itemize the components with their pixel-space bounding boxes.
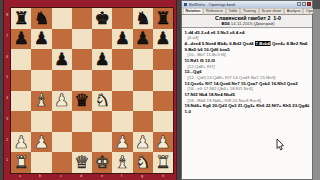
square-e3[interactable] [92, 111, 112, 132]
square-h5[interactable] [153, 70, 173, 91]
black-pawn: ♟ [34, 30, 49, 47]
game-title-line: Славянский гамбит 2 1-0 [182, 15, 314, 21]
square-d2[interactable] [72, 132, 92, 153]
board-grid: ♜♞♚♞♜♟♟♟♟♟♟♟♝♟♛♞♟♟♟♟♟♜♛♚♝♞♜ [10, 7, 174, 174]
square-e8[interactable]: ♚ [92, 8, 112, 29]
move-text[interactable]: [16...e5 17.Nf2 Qb6+ 18.Kf1 Nc6] [188, 86, 253, 91]
square-g5[interactable] [133, 70, 153, 91]
move-text[interactable]: 9.Ba5 b6 10.Qd6 bxa5 [185, 46, 230, 51]
rank-label-7: 7 [6, 34, 8, 38]
square-f5[interactable] [112, 70, 132, 91]
white-king: ♚ [95, 154, 110, 171]
square-a3[interactable] [11, 111, 31, 132]
square-f8[interactable] [112, 8, 132, 29]
square-a6[interactable] [11, 49, 31, 70]
black-pawn: ♟ [95, 51, 110, 68]
rank-label-1: 1 [6, 158, 8, 162]
square-f6[interactable] [112, 49, 132, 70]
current-move[interactable]: 7.Bxb4 [255, 41, 271, 46]
rank-label-5: 5 [6, 75, 8, 79]
square-g1[interactable]: ♞ [133, 152, 153, 173]
app-icon [184, 3, 187, 6]
square-g6[interactable] [133, 49, 153, 70]
square-c1[interactable] [52, 152, 72, 173]
square-g8[interactable]: ♞ [133, 8, 153, 29]
file-label-e: e [101, 174, 103, 178]
file-label-a: a [19, 174, 21, 178]
square-b7[interactable]: ♟ [31, 29, 51, 50]
square-d3[interactable] [72, 111, 92, 132]
file-label-d: d [80, 174, 82, 178]
white-queen: ♛ [74, 154, 89, 171]
file-label-g: g [141, 174, 143, 178]
close-button[interactable] [307, 2, 311, 6]
game-info-line: B56 14.11.2015 (Дмитрий) [182, 21, 314, 26]
black-knight: ♞ [135, 9, 150, 26]
rank-label-2: 2 [6, 138, 8, 142]
square-d5[interactable] [72, 70, 92, 91]
white-pawn: ♟ [14, 133, 29, 150]
move-text[interactable]: [10...Bb7 11.Bc3 f6] [188, 52, 226, 57]
white-pawn: ♟ [135, 133, 150, 150]
white-bishop: ♝ [34, 92, 49, 109]
square-c6[interactable]: ♟ [52, 49, 72, 70]
square-a4[interactable] [11, 91, 31, 112]
notation-area[interactable]: 1.d4 d5 2.c4 e6 3.Nc3 c6 4.e4[4.e3]4...d… [182, 27, 312, 179]
rank-label-8: 8 [6, 13, 8, 17]
move-text[interactable]: Qxe4+ 8.Be2 Na6 [271, 41, 308, 46]
black-knight: ♞ [34, 9, 49, 26]
square-h2[interactable]: ♟ [153, 132, 173, 153]
square-c5[interactable] [52, 70, 72, 91]
black-pawn: ♟ [135, 30, 150, 47]
game-title: Славянский гамбит 2 [215, 15, 270, 21]
eco-code: B56 [222, 21, 230, 26]
square-g3[interactable] [133, 111, 153, 132]
maximize-button[interactable] [302, 2, 306, 6]
square-a2[interactable]: ♟ [11, 132, 31, 153]
square-c7[interactable] [52, 29, 72, 50]
move-text[interactable]: 17.Nf2 Nb4 18.Ne4 Nbd5 [185, 92, 235, 97]
move-text[interactable]: 13.Qxc6+ Kf7 14.Qxa6 Ne7 15.Qxa7 Qxb2 16… [185, 80, 298, 85]
square-b8[interactable]: ♞ [31, 8, 51, 29]
square-f1[interactable]: ♝ [112, 152, 132, 173]
square-e4[interactable]: ♞ [92, 91, 112, 112]
square-g7[interactable]: ♟ [133, 29, 153, 50]
move-text[interactable]: [12.Qd8+ Kf7] [188, 63, 215, 68]
square-b5[interactable] [31, 70, 51, 91]
black-king: ♚ [95, 9, 110, 26]
square-f3[interactable] [112, 111, 132, 132]
game-header: Славянский гамбит 2 1-0 B56 14.11.2015 (… [182, 14, 312, 28]
square-a8[interactable]: ♜ [11, 8, 31, 29]
chess-board-window: ♜♞♚♞♜♟♟♟♟♟♟♟♝♟♛♞♟♟♟♟♟♜♛♚♝♞♜ 87654321 abc… [3, 0, 177, 180]
square-d1[interactable]: ♛ [72, 152, 92, 173]
move-text[interactable]: 1-0 [185, 109, 191, 114]
annotator: (Дмитрий) [254, 21, 275, 26]
white-pawn: ♟ [34, 133, 49, 150]
square-e6[interactable]: ♟ [92, 49, 112, 70]
notation-window: BelShirts - Openings book NotationRefere… [181, 0, 313, 180]
game-result: 1-0 [273, 15, 281, 21]
square-a5[interactable] [11, 70, 31, 91]
square-h6[interactable] [153, 49, 173, 70]
move-text[interactable]: 12...Qg6 [185, 69, 202, 74]
black-rook: ♜ [14, 9, 29, 26]
square-b3[interactable] [31, 111, 51, 132]
square-d4[interactable]: ♛ [72, 91, 92, 112]
desktop-edge [313, 0, 320, 180]
white-bishop: ♝ [115, 154, 130, 171]
square-e2[interactable] [92, 132, 112, 153]
file-label-b: b [39, 174, 41, 178]
white-rook: ♜ [14, 154, 29, 171]
white-pawn: ♟ [115, 133, 130, 150]
move-text[interactable]: 4...dxe4 5.Nxe4 Bb4+ 6.Bd2 Qxd4 [185, 41, 255, 46]
square-c8[interactable] [52, 8, 72, 29]
square-b6[interactable] [31, 49, 51, 70]
square-a7[interactable]: ♟ [11, 29, 31, 50]
mouse-cursor [276, 139, 284, 151]
desktop-edge-dark [313, 0, 320, 9]
square-c4[interactable]: ♟ [52, 91, 72, 112]
square-b1[interactable] [31, 152, 51, 173]
square-b4[interactable]: ♝ [31, 91, 51, 112]
move-text[interactable]: [4.e3] [188, 35, 199, 40]
square-d7[interactable] [72, 29, 92, 50]
file-label-c: c [60, 174, 62, 178]
square-c2[interactable] [52, 132, 72, 153]
move-text[interactable]: 1.d4 d5 2.c4 e6 3.Nc3 c6 4.e4 [185, 30, 245, 35]
black-pawn: ♟ [14, 30, 29, 47]
square-e1[interactable]: ♚ [92, 152, 112, 173]
square-e5[interactable] [92, 70, 112, 91]
square-d6[interactable] [72, 49, 92, 70]
move-text[interactable]: [18...Rb8 19.Nd6+ Kf8 20.Nxc8 Rxc8] [188, 97, 261, 102]
move-text[interactable]: 19.Nd6+ Kg6 20.Qd3 Qa3 21.Qg3+ Kh6 22.Nf… [185, 103, 310, 108]
square-g4[interactable] [133, 91, 153, 112]
black-rook: ♜ [155, 9, 170, 26]
white-pawn: ♟ [155, 133, 170, 150]
rank-label-3: 3 [6, 117, 8, 121]
square-f2[interactable]: ♟ [112, 132, 132, 153]
square-h8[interactable]: ♜ [153, 8, 173, 29]
black-pawn: ♟ [155, 30, 170, 47]
square-h7[interactable]: ♟ [153, 29, 173, 50]
rank-label-6: 6 [6, 55, 8, 59]
square-d8[interactable] [72, 8, 92, 29]
square-f4[interactable] [112, 91, 132, 112]
white-knight: ♞ [135, 154, 150, 171]
black-queen: ♛ [74, 92, 89, 109]
minimize-button[interactable] [297, 2, 301, 6]
file-label-h: h [162, 174, 164, 178]
black-pawn: ♟ [115, 30, 130, 47]
square-f7[interactable]: ♟ [112, 29, 132, 50]
square-a1[interactable]: ♜ [11, 152, 31, 173]
black-pawn: ♟ [54, 51, 69, 68]
square-b2[interactable]: ♟ [31, 132, 51, 153]
square-h1[interactable]: ♜ [153, 152, 173, 173]
move-text[interactable]: 11.Rd1 f5 12.f3 [185, 58, 216, 63]
white-pawn: ♟ [54, 92, 69, 109]
square-c3[interactable] [52, 111, 72, 132]
rank-label-4: 4 [6, 96, 8, 100]
game-date: 14.11.2015 [231, 21, 253, 26]
square-h3[interactable] [153, 111, 173, 132]
window-title: BelShirts - Openings book [189, 2, 289, 7]
file-label-f: f [121, 174, 122, 178]
mainline-moves: 19.Nd6+ Kg6 20.Qd3 Qa3 21.Qg3+ Kh6 22.Nf… [185, 103, 313, 109]
square-g2[interactable]: ♟ [133, 132, 153, 153]
move-text[interactable]: [12...Qd3 13.Qd8+ Kf7 14.Qxd3 Ne7 15.Nh3… [188, 75, 276, 80]
mainline-moves: 1-0 [185, 109, 313, 115]
square-e7[interactable] [92, 29, 112, 50]
white-rook: ♜ [155, 154, 170, 171]
square-h4[interactable] [153, 91, 173, 112]
white-knight: ♞ [95, 92, 110, 109]
